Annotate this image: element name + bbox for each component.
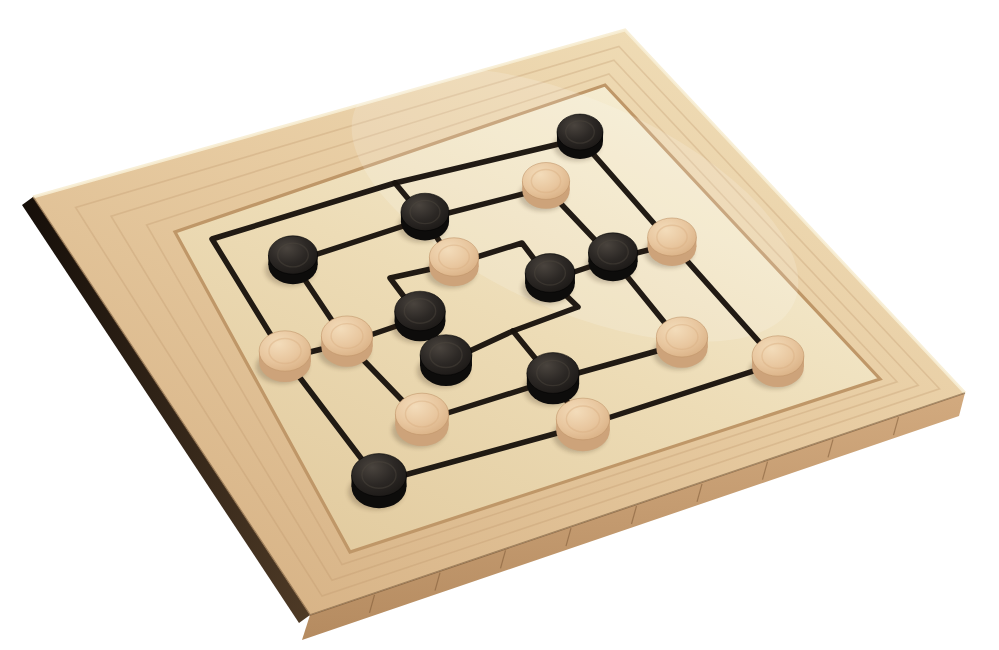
piece-light-d1[interactable] bbox=[256, 331, 311, 384]
piece-dark-b2[interactable] bbox=[265, 236, 318, 287]
piece-top-face bbox=[556, 398, 610, 440]
piece-top-face bbox=[752, 336, 804, 376]
point-e4[interactable] bbox=[500, 318, 526, 344]
piece-top-face bbox=[268, 236, 317, 274]
point-c5[interactable] bbox=[509, 230, 535, 256]
piece-top-face bbox=[527, 353, 579, 394]
piece-dark-e3[interactable] bbox=[417, 335, 472, 388]
piece-top-face bbox=[557, 114, 603, 150]
piece-top-face bbox=[259, 331, 311, 371]
piece-top-face bbox=[401, 193, 449, 231]
piece-light-g4[interactable] bbox=[553, 398, 610, 453]
piece-dark-d6[interactable] bbox=[585, 233, 638, 283]
piece-dark-g1[interactable] bbox=[348, 454, 407, 510]
piece-light-f2[interactable] bbox=[392, 393, 449, 448]
piece-top-face bbox=[648, 218, 697, 256]
photo-stage bbox=[0, 0, 999, 650]
nine-mens-morris-board-photo bbox=[0, 0, 999, 650]
piece-top-face bbox=[395, 393, 448, 435]
piece-dark-f4[interactable] bbox=[523, 353, 579, 407]
piece-top-face bbox=[321, 316, 372, 356]
piece-top-face bbox=[420, 335, 472, 375]
piece-dark-d5[interactable] bbox=[522, 254, 575, 305]
piece-top-face bbox=[352, 454, 407, 497]
piece-light-c4[interactable] bbox=[426, 238, 479, 289]
point-e5[interactable] bbox=[565, 294, 591, 320]
point-a1[interactable] bbox=[199, 226, 225, 252]
piece-top-face bbox=[525, 254, 575, 293]
piece-light-b6[interactable] bbox=[519, 163, 570, 212]
piece-light-f6[interactable] bbox=[653, 317, 708, 370]
point-c3[interactable] bbox=[377, 265, 403, 291]
piece-top-face bbox=[522, 163, 569, 200]
piece-top-face bbox=[656, 317, 707, 357]
piece-light-d2[interactable] bbox=[318, 316, 373, 369]
piece-dark-b4[interactable] bbox=[397, 193, 449, 242]
piece-light-d7[interactable] bbox=[644, 218, 696, 268]
piece-top-face bbox=[588, 233, 637, 271]
piece-top-face bbox=[395, 291, 446, 331]
piece-top-face bbox=[429, 238, 478, 276]
point-a4[interactable] bbox=[382, 170, 408, 196]
piece-light-g7[interactable] bbox=[749, 336, 804, 389]
